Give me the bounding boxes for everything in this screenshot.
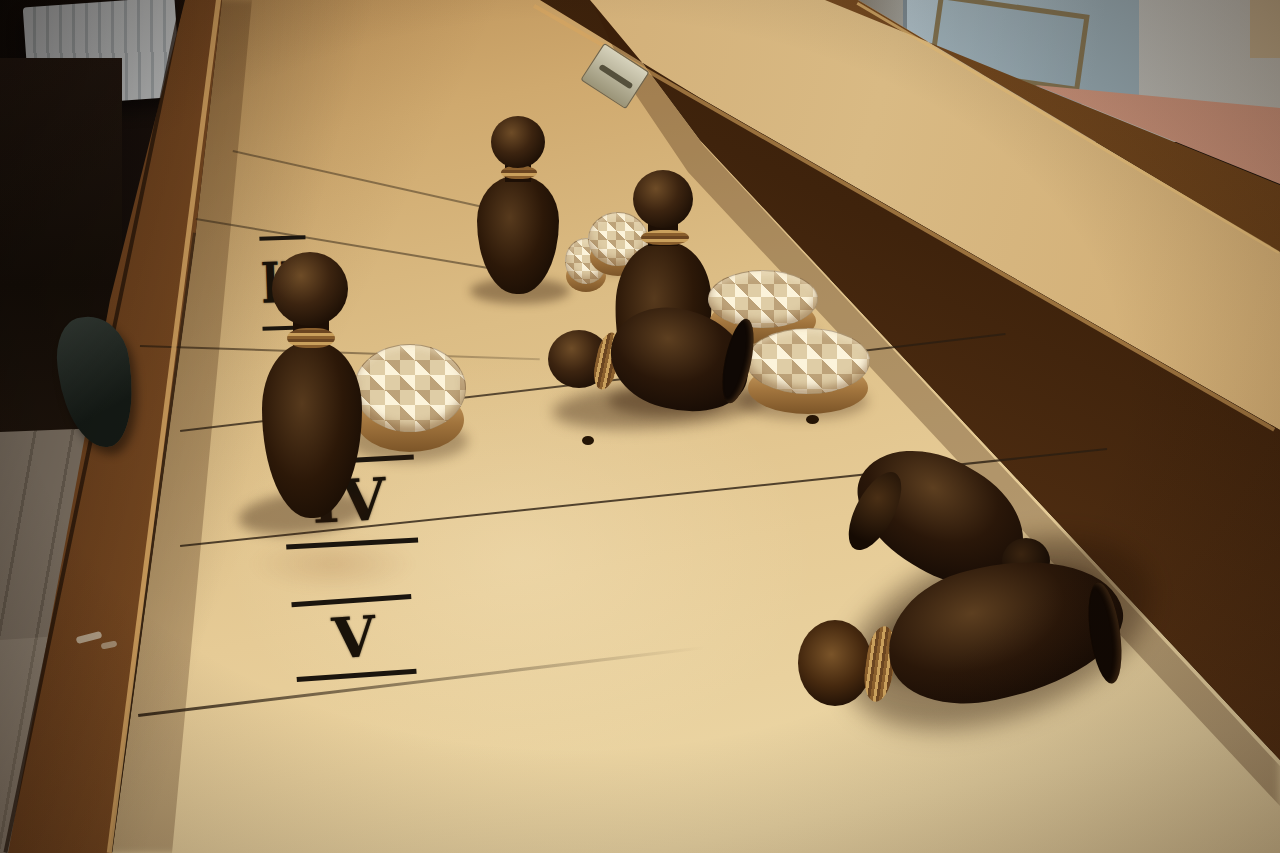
table-skittles-photo-scene: III IV V — [0, 0, 1280, 853]
door-frame-strip — [1250, 0, 1280, 58]
pin-standing-1-ring — [287, 328, 335, 348]
puck-5[interactable] — [746, 328, 870, 394]
pin-standing-3-head — [633, 170, 693, 228]
puck-1[interactable] — [354, 344, 466, 432]
puck-4[interactable] — [708, 270, 818, 328]
pin-standing-3-ring — [641, 230, 689, 245]
pin-standing-2-head — [491, 116, 545, 168]
pin-standing-1-head — [272, 252, 348, 326]
zone-label-v: V — [291, 594, 416, 682]
pin-spot-dot — [582, 436, 594, 445]
hinge-slot — [598, 64, 633, 90]
pin-fallen-6-head — [798, 620, 872, 706]
